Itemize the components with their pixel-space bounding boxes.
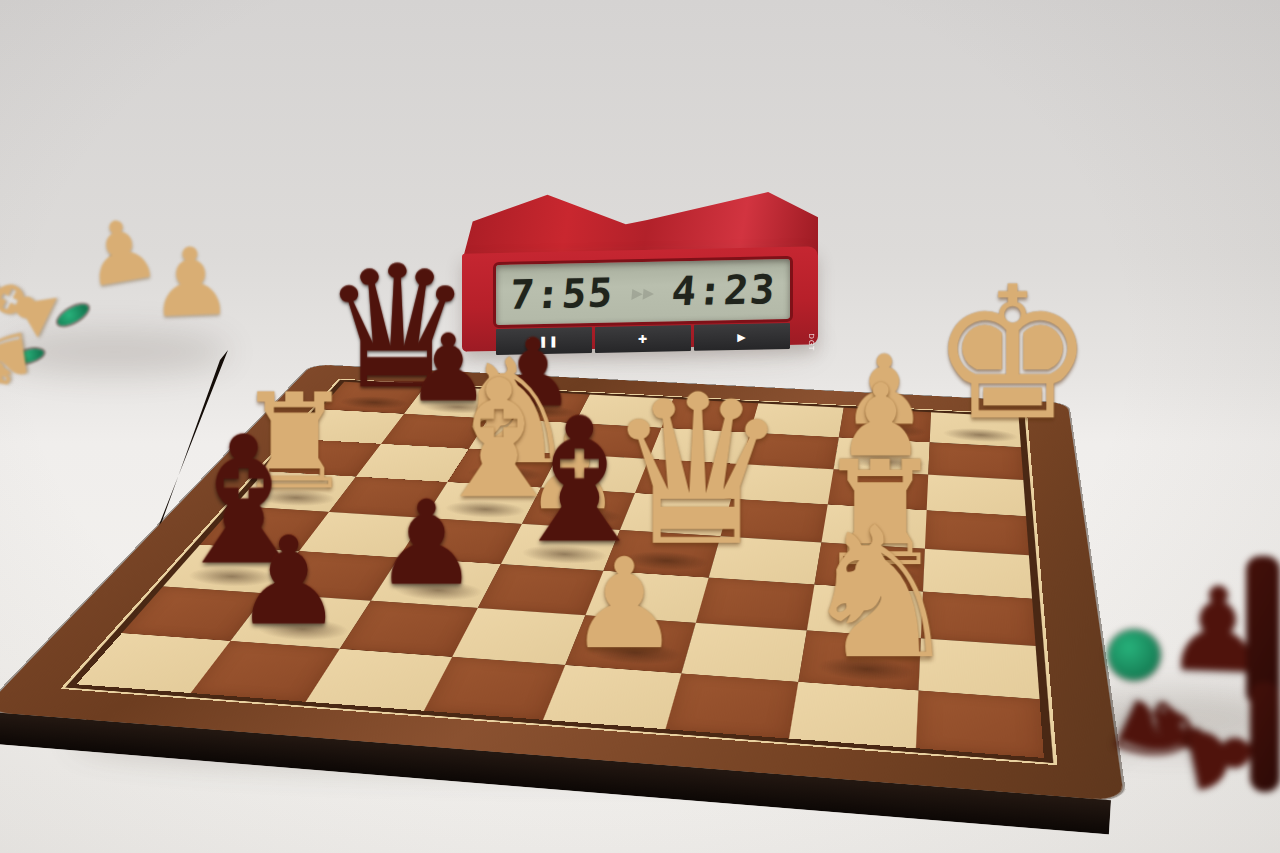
- clock-display: 7:55 ▸▸ 4:23: [496, 259, 790, 325]
- square-f2[interactable]: [681, 623, 807, 682]
- out-of-frame-piece-fragment: [1250, 682, 1280, 792]
- clock-lever-button[interactable]: ▶: [694, 323, 790, 351]
- photo-scene: 7:55 ▸▸ 4:23 ▶❚❚✚▶ DGT ♝♞♟♟ ♛♟♟♟♚♟♞♜♝♟♝♛…: [0, 0, 1280, 853]
- clock-ghost-segments: ▸▸: [631, 279, 655, 305]
- piece-white-pawn-e2[interactable]: ♟: [567, 545, 683, 664]
- square-c3[interactable]: ♟: [371, 557, 501, 608]
- piece-red-pawn-b2[interactable]: ♟: [232, 524, 345, 640]
- square-f3[interactable]: [695, 577, 814, 630]
- square-e1[interactable]: [543, 665, 681, 729]
- piece-white-king-h8[interactable]: ♚: [930, 267, 1020, 441]
- clock-time-left: 7:55: [508, 269, 616, 317]
- board-frame: ♛♟♟♟♚♟♞♜♝♟♝♛♜♝♟♟♟♞: [0, 364, 1125, 801]
- chess-board-grid: ♛♟♟♟♚♟♞♜♝♟♝♛♜♝♟♟♟♞: [76, 382, 1043, 758]
- square-g1[interactable]: [789, 682, 918, 749]
- board-inlay-border: ♛♟♟♟♚♟♞♜♝♟♝♛♜♝♟♟♟♞: [60, 379, 1057, 766]
- chess-board: ♛♟♟♟♚♟♞♜♝♟♝♛♜♝♟♟♟♞: [0, 364, 1125, 801]
- square-f1[interactable]: [665, 673, 798, 738]
- captured-white-knight-toppled[interactable]: ♞: [0, 317, 43, 405]
- piece-white-knight-g2[interactable]: ♞: [799, 508, 917, 680]
- piece-red-pawn-c3[interactable]: ♟: [372, 489, 481, 600]
- square-g2[interactable]: ♞: [798, 630, 920, 690]
- square-e2[interactable]: ♟: [565, 615, 695, 673]
- captured-white-pawn-standing[interactable]: ♟: [147, 235, 235, 332]
- square-h1[interactable]: [915, 690, 1044, 758]
- clock-time-right: 4:23: [670, 266, 778, 314]
- square-d2[interactable]: [452, 608, 586, 665]
- clock-brand-label: DGT: [807, 333, 815, 351]
